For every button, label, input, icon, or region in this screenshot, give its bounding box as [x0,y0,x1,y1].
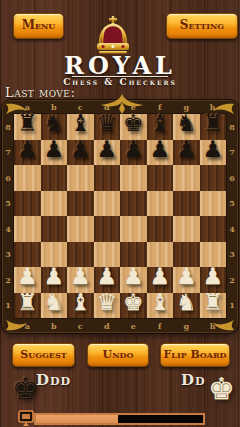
square-a1[interactable]: ♜ [14,293,41,319]
rank-label: 2 [2,267,14,293]
flip-board-button[interactable]: Flip Board [160,343,230,367]
chess-board: ♜♞♝♛♚♝♞♜♟♟♟♟♟♟♟♟♟♟♟♟♟♟♟♟♜♞♝♛♚♝♞♜ [14,114,226,318]
piece-black-bishop[interactable]: ♝ [149,112,170,135]
square-c4[interactable] [67,216,94,242]
white-king-icon: ♚ [208,374,235,404]
piece-black-knight[interactable]: ♞ [43,112,64,135]
black-king-icon: ♚ [12,374,39,404]
piece-black-pawn[interactable]: ♟ [149,138,170,161]
rank-label: 7 [2,140,14,166]
file-label: d [94,318,121,333]
piece-white-queen[interactable]: ♛ [96,291,117,314]
square-h5[interactable] [200,191,227,217]
piece-black-queen[interactable]: ♛ [96,112,117,135]
piece-black-king[interactable]: ♚ [123,112,144,135]
piece-white-knight[interactable]: ♞ [43,291,64,314]
square-f6[interactable] [147,165,174,191]
square-c1[interactable]: ♝ [67,293,94,319]
square-h1[interactable]: ♜ [200,293,227,319]
setting-button-label: Setting [180,18,224,32]
piece-black-bishop[interactable]: ♝ [70,112,91,135]
square-c7[interactable]: ♟ [67,140,94,166]
file-label: c [67,318,94,333]
app-screen: Menu Setting ROYAL Chess & Checke [0,0,240,427]
rank-label: 6 [2,165,14,191]
piece-white-rook[interactable]: ♜ [17,291,38,314]
piece-white-pawn[interactable]: ♟ [176,265,197,288]
setting-button[interactable]: Setting [166,13,238,39]
rank-label: 4 [226,216,238,242]
square-b4[interactable] [41,216,68,242]
computer-icon [18,410,34,426]
white-player-name: Dd [181,371,206,389]
piece-white-pawn[interactable]: ♟ [70,265,91,288]
chess-board-frame: abcdefgh 87654321 ♜♞♝♛♚♝♞♜♟♟♟♟♟♟♟♟♟♟♟♟♟♟… [2,100,238,333]
square-d4[interactable] [94,216,121,242]
rank-label: 1 [2,293,14,319]
rank-label: 8 [2,114,14,140]
piece-black-pawn[interactable]: ♟ [202,138,223,161]
square-e4[interactable] [120,216,147,242]
square-b5[interactable] [41,191,68,217]
square-f4[interactable] [147,216,174,242]
black-player-name: Ddd [36,371,71,389]
piece-black-rook[interactable]: ♜ [17,112,38,135]
piece-white-pawn[interactable]: ♟ [202,265,223,288]
square-e1[interactable]: ♚ [120,293,147,319]
rank-label: 7 [226,140,238,166]
rank-label: 4 [2,216,14,242]
piece-black-pawn[interactable]: ♟ [17,138,38,161]
piece-white-pawn[interactable]: ♟ [43,265,64,288]
last-move-label: Last move: [5,85,75,100]
undo-button-label: Undo [103,348,134,361]
file-label: e [120,318,147,333]
square-b7[interactable]: ♟ [41,140,68,166]
piece-white-pawn[interactable]: ♟ [96,265,117,288]
undo-button[interactable]: Undo [87,343,149,367]
file-label: g [173,318,200,333]
piece-white-pawn[interactable]: ♟ [17,265,38,288]
square-a7[interactable]: ♟ [14,140,41,166]
square-a4[interactable] [14,216,41,242]
rank-label: 6 [226,165,238,191]
crown-icon [92,15,134,54]
square-h6[interactable] [200,165,227,191]
square-g6[interactable] [173,165,200,191]
rank-label: 5 [226,191,238,217]
square-e5[interactable] [120,191,147,217]
square-c5[interactable] [67,191,94,217]
square-g7[interactable]: ♟ [173,140,200,166]
piece-white-king[interactable]: ♚ [123,291,144,314]
piece-white-pawn[interactable]: ♟ [149,265,170,288]
piece-black-pawn[interactable]: ♟ [43,138,64,161]
square-g4[interactable] [173,216,200,242]
rank-label: 3 [226,242,238,268]
piece-black-pawn[interactable]: ♟ [96,138,117,161]
progress-bar-fill [36,415,118,423]
square-a5[interactable] [14,191,41,217]
file-label: f [147,318,174,333]
square-f1[interactable]: ♝ [147,293,174,319]
square-d7[interactable]: ♟ [94,140,121,166]
file-labels-bottom: abcdefgh [14,318,226,333]
piece-white-bishop[interactable]: ♝ [70,291,91,314]
square-d5[interactable] [94,191,121,217]
rank-label: 2 [226,267,238,293]
square-h7[interactable]: ♟ [200,140,227,166]
square-b1[interactable]: ♞ [41,293,68,319]
progress-bar [34,413,205,425]
square-d1[interactable]: ♛ [94,293,121,319]
piece-black-knight[interactable]: ♞ [176,112,197,135]
square-f5[interactable] [147,191,174,217]
suggest-button[interactable]: Suggest [12,343,75,367]
rank-label: 1 [226,293,238,319]
suggest-button-label: Suggest [20,348,66,361]
file-label: b [41,318,68,333]
piece-black-pawn[interactable]: ♟ [70,138,91,161]
square-f7[interactable]: ♟ [147,140,174,166]
square-e6[interactable] [120,165,147,191]
square-h4[interactable] [200,216,227,242]
piece-black-pawn[interactable]: ♟ [176,138,197,161]
piece-white-knight[interactable]: ♞ [176,291,197,314]
menu-button-label: Menu [22,18,56,32]
square-b6[interactable] [41,165,68,191]
square-c6[interactable] [67,165,94,191]
square-g1[interactable]: ♞ [173,293,200,319]
piece-white-pawn[interactable]: ♟ [123,265,144,288]
square-d6[interactable] [94,165,121,191]
piece-white-bishop[interactable]: ♝ [149,291,170,314]
rank-labels-left: 87654321 [2,114,14,318]
corner-ornament-icon [5,318,29,332]
square-g5[interactable] [173,191,200,217]
piece-black-rook[interactable]: ♜ [202,112,223,135]
square-e7[interactable]: ♟ [120,140,147,166]
piece-black-pawn[interactable]: ♟ [123,138,144,161]
menu-button[interactable]: Menu [13,13,64,39]
flip-board-button-label: Flip Board [163,348,226,361]
square-a6[interactable] [14,165,41,191]
rank-label: 3 [2,242,14,268]
rank-labels-right: 87654321 [226,114,238,318]
rank-label: 8 [226,114,238,140]
piece-white-rook[interactable]: ♜ [202,291,223,314]
rank-label: 5 [2,191,14,217]
corner-ornament-icon [211,318,235,332]
